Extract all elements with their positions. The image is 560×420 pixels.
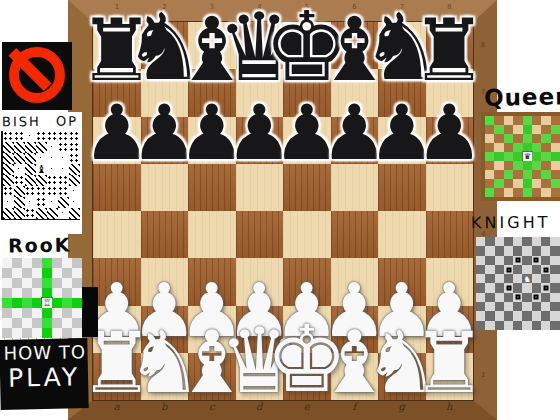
rook-diagram-cell xyxy=(2,328,12,338)
rook-diagram-cell xyxy=(42,318,52,328)
knight-diagram-cell xyxy=(522,321,531,330)
queen-diagram-cell xyxy=(532,143,541,152)
knight-diagram-cell xyxy=(550,237,559,246)
rook-diagram-cell xyxy=(2,268,12,278)
knight-diagram-cell xyxy=(541,265,550,274)
bishop-diagram-cell xyxy=(25,142,36,153)
queen-diagram-cell xyxy=(523,134,532,143)
bishop-diagram-cell xyxy=(58,142,69,153)
rook-diagram-cell xyxy=(52,288,62,298)
knight-diagram-cell xyxy=(476,302,485,311)
knight-diagram-cell xyxy=(550,246,559,255)
knight-diagram-cell xyxy=(541,293,550,302)
bishop-diagram-cell xyxy=(14,186,25,197)
queen-diagram-cell xyxy=(532,179,541,188)
knight-diagram-cell xyxy=(495,311,504,320)
knight-diagram-cell xyxy=(513,274,522,283)
queen-diagram-cell xyxy=(523,143,532,152)
rook-diagram-cell xyxy=(32,328,42,338)
knight-diagram-cell xyxy=(541,302,550,311)
rook-diagram-cell xyxy=(42,278,52,288)
queen-diagram-cell xyxy=(532,116,541,125)
knight-diagram-cell xyxy=(485,237,494,246)
black-patch xyxy=(82,287,98,337)
knight-diagram-cell xyxy=(522,246,531,255)
piece-white-rook-h1[interactable]: ♜ xyxy=(412,321,487,405)
queen-diagram-cell xyxy=(504,125,513,134)
bishop-diagram-cell xyxy=(47,142,58,153)
knight-diagram-cell xyxy=(504,256,513,265)
queen-diagram-cell xyxy=(541,161,550,170)
knight-diagram-cell xyxy=(485,265,494,274)
rook-diagram-cell xyxy=(72,258,82,268)
knight-diagram-cell xyxy=(504,321,513,330)
knight-diagram-cell xyxy=(476,256,485,265)
bishop-diagram-cell xyxy=(69,175,80,186)
queen-diagram-cell xyxy=(551,116,560,125)
knight-move-marker xyxy=(534,258,539,263)
knight-diagram-cell xyxy=(513,237,522,246)
rook-diagram-cell xyxy=(52,298,62,308)
rook-diagram-cell xyxy=(42,328,52,338)
knight-diagram-cell xyxy=(504,265,513,274)
knight-move-marker xyxy=(543,286,548,291)
knight-move-marker xyxy=(534,295,539,300)
knight-diagram-cell xyxy=(541,237,550,246)
rook-diagram-cell xyxy=(12,278,22,288)
queen-diagram-cell xyxy=(494,116,503,125)
bishop-diagram-cell xyxy=(58,175,69,186)
queen-panel-title: Queen xyxy=(484,83,560,111)
knight-diagram-cell xyxy=(513,302,522,311)
knight-diagram-cell xyxy=(476,293,485,302)
knight-diagram-cell xyxy=(522,302,531,311)
knight-diagram-cell xyxy=(550,274,559,283)
rook-diagram-cell xyxy=(52,328,62,338)
knight-diagram-cell xyxy=(495,321,504,330)
knight-diagram-cell xyxy=(541,321,550,330)
knight-diagram-cell xyxy=(495,246,504,255)
bishop-diagram-cell xyxy=(58,164,69,175)
knight-diagram-cell xyxy=(522,237,531,246)
rook-diagram-cell xyxy=(12,258,22,268)
rook-diagram-cell xyxy=(62,268,72,278)
rook-diagram-cell xyxy=(32,308,42,318)
bishop-diagram-cell xyxy=(3,142,14,153)
bishop-diagram-cell xyxy=(25,153,36,164)
knight-diagram-cell xyxy=(550,311,559,320)
queen-diagram-cell xyxy=(494,125,503,134)
queen-diagram-cell xyxy=(551,179,560,188)
queen-diagram-cell xyxy=(523,170,532,179)
rook-diagram-cell xyxy=(22,288,32,298)
knight-moves-diagram: ♞ xyxy=(476,237,560,330)
queen-diagram-cell xyxy=(494,134,503,143)
rook-diagram-cell xyxy=(72,308,82,318)
no-entry-sign[interactable] xyxy=(2,42,72,110)
queen-diagram-cell xyxy=(513,143,522,152)
square-g4[interactable] xyxy=(378,211,426,258)
queen-diagram-cell xyxy=(513,125,522,134)
queen-diagram-cell xyxy=(541,170,550,179)
square-e4[interactable] xyxy=(283,211,331,258)
rook-diagram-cell xyxy=(62,308,72,318)
rook-diagram-cell xyxy=(12,288,22,298)
queen-diagram-cell xyxy=(532,188,541,197)
bishop-diagram-cell xyxy=(25,197,36,208)
queen-diagram-cell xyxy=(523,116,532,125)
knight-diagram-cell xyxy=(513,283,522,292)
queen-diagram-cell xyxy=(532,134,541,143)
bishop-diagram-cell xyxy=(69,164,80,175)
square-d4[interactable] xyxy=(236,211,284,258)
square-a4[interactable] xyxy=(93,211,141,258)
queen-diagram-cell xyxy=(494,152,503,161)
knight-diagram-cell xyxy=(504,293,513,302)
knight-diagram-cell xyxy=(541,274,550,283)
queen-diagram-cell xyxy=(532,125,541,134)
knight-diagram-cell xyxy=(495,293,504,302)
knight-diagram-cell xyxy=(485,293,494,302)
knight-diagram-cell xyxy=(476,265,485,274)
queen-diagram-cell xyxy=(485,170,494,179)
bishop-diagram-cell xyxy=(69,197,80,208)
queen-diagram-cell xyxy=(494,188,503,197)
rook-diagram-cell xyxy=(32,288,42,298)
knight-diagram-cell xyxy=(532,246,541,255)
queen-moves-diagram: ♛ xyxy=(481,112,560,201)
knight-diagram-cell xyxy=(495,274,504,283)
bishop-diagram-cell xyxy=(14,197,25,208)
knight-diagram-cell xyxy=(513,246,522,255)
knight-diagram-cell xyxy=(485,274,494,283)
rook-diagram-cell xyxy=(72,288,82,298)
rook-diagram-cell xyxy=(52,278,62,288)
bishop-diagram-cell xyxy=(14,131,25,142)
queen-diagram-cell xyxy=(551,125,560,134)
knight-diagram-cell xyxy=(541,311,550,320)
queen-diagram-cell xyxy=(485,143,494,152)
queen-diagram-cell xyxy=(485,188,494,197)
bishop-panel-title: BISH OP xyxy=(0,112,82,132)
bishop-diagram-cell xyxy=(47,197,58,208)
knight-diagram-cell xyxy=(550,293,559,302)
knight-diagram-cell xyxy=(522,265,531,274)
knight-move-marker xyxy=(543,267,548,272)
bishop-diagram-cell xyxy=(47,153,58,164)
rook-diagram-cell xyxy=(62,318,72,328)
queen-diagram-cell xyxy=(541,179,550,188)
bishop-diagram-cell xyxy=(36,175,47,186)
queen-diagram-cell xyxy=(513,179,522,188)
bishop-moves-panel: BISH OP ♝ xyxy=(0,112,82,234)
queen-diagram-cell xyxy=(513,116,522,125)
how-to-play-button[interactable]: HOW TO PLAY xyxy=(0,338,89,410)
rook-diagram-cell xyxy=(2,258,12,268)
queen-diagram-cell xyxy=(504,143,513,152)
knight-diagram-cell xyxy=(550,302,559,311)
knight-diagram-cell xyxy=(485,256,494,265)
queen-diagram-piece-icon: ♛ xyxy=(523,152,532,161)
queen-diagram-cell xyxy=(551,152,560,161)
how-to-play-line1: HOW TO xyxy=(3,341,87,364)
queen-diagram-cell xyxy=(523,125,532,134)
knight-diagram-cell xyxy=(513,293,522,302)
bishop-diagram-cell xyxy=(69,186,80,197)
bishop-diagram-cell xyxy=(3,175,14,186)
bishop-diagram-cell xyxy=(3,131,14,142)
bishop-diagram-cell xyxy=(36,197,47,208)
bishop-diagram-cell xyxy=(25,131,36,142)
rook-diagram-cell xyxy=(12,268,22,278)
queen-diagram-cell xyxy=(532,170,541,179)
knight-diagram-cell xyxy=(550,265,559,274)
bishop-diagram-cell xyxy=(58,153,69,164)
rook-diagram-cell xyxy=(72,298,82,308)
queen-diagram-cell xyxy=(494,143,503,152)
bishop-diagram-cell xyxy=(3,153,14,164)
rook-diagram-cell xyxy=(72,328,82,338)
bishop-diagram-cell xyxy=(58,208,69,219)
knight-diagram-cell xyxy=(532,311,541,320)
rook-moves-diagram: ♖ xyxy=(2,258,82,338)
knight-diagram-cell xyxy=(522,283,531,292)
bishop-diagram-cell xyxy=(25,164,36,175)
rook-panel-title: RooK xyxy=(8,233,72,256)
square-c4[interactable] xyxy=(188,211,236,258)
knight-diagram-cell xyxy=(476,246,485,255)
queen-diagram-cell xyxy=(541,188,550,197)
knight-diagram-cell xyxy=(513,321,522,330)
how-to-play-line2: PLAY xyxy=(8,362,89,393)
knight-move-marker xyxy=(515,258,520,263)
rook-diagram-cell xyxy=(52,268,62,278)
knight-diagram-cell xyxy=(532,256,541,265)
knight-diagram-cell xyxy=(476,237,485,246)
rook-diagram-cell xyxy=(52,318,62,328)
bishop-diagram-cell xyxy=(47,208,58,219)
bishop-diagram-cell xyxy=(69,153,80,164)
square-b4[interactable] xyxy=(141,211,189,258)
knight-diagram-cell xyxy=(504,237,513,246)
bishop-diagram-cell xyxy=(25,175,36,186)
knight-diagram-cell xyxy=(495,302,504,311)
bishop-moves-diagram: ♝ xyxy=(1,131,80,220)
piece-black-rook-h8[interactable]: ♜ xyxy=(411,7,488,93)
queen-diagram-cell xyxy=(551,188,560,197)
rook-diagram-cell xyxy=(22,318,32,328)
knight-diagram-cell xyxy=(495,256,504,265)
bishop-diagram-cell xyxy=(14,175,25,186)
queen-diagram-cell xyxy=(504,152,513,161)
rook-diagram-cell xyxy=(62,328,72,338)
rook-diagram-cell xyxy=(22,328,32,338)
bishop-diagram-cell xyxy=(25,186,36,197)
knight-diagram-cell xyxy=(476,274,485,283)
rook-diagram-cell xyxy=(2,288,12,298)
rook-diagram-cell xyxy=(62,288,72,298)
bishop-diagram-cell xyxy=(58,186,69,197)
rook-diagram-cell xyxy=(42,308,52,318)
bishop-diagram-cell xyxy=(69,208,80,219)
rook-diagram-cell xyxy=(72,278,82,288)
queen-diagram-cell xyxy=(541,116,550,125)
queen-diagram-cell xyxy=(523,188,532,197)
knight-diagram-cell xyxy=(485,246,494,255)
rook-diagram-cell xyxy=(62,278,72,288)
square-h4[interactable] xyxy=(426,211,474,258)
bishop-diagram-cell xyxy=(25,208,36,219)
rook-diagram-cell xyxy=(42,288,52,298)
queen-diagram-cell xyxy=(494,161,503,170)
knight-move-marker xyxy=(506,286,511,291)
knight-diagram-cell xyxy=(532,283,541,292)
queen-diagram-cell xyxy=(541,125,550,134)
knight-diagram-cell xyxy=(504,246,513,255)
knight-diagram-cell xyxy=(532,293,541,302)
queen-diagram-cell xyxy=(485,179,494,188)
queen-diagram-cell xyxy=(541,143,550,152)
rook-diagram-cell xyxy=(2,318,12,328)
bishop-diagram-cell xyxy=(3,186,14,197)
bishop-diagram-cell xyxy=(58,197,69,208)
queen-diagram-cell xyxy=(532,161,541,170)
rook-diagram-cell xyxy=(32,278,42,288)
knight-diagram-cell xyxy=(504,302,513,311)
queen-diagram-cell xyxy=(513,134,522,143)
queen-diagram-cell xyxy=(551,143,560,152)
knight-diagram-cell xyxy=(504,274,513,283)
knight-diagram-cell xyxy=(550,321,559,330)
bishop-diagram-cell xyxy=(3,208,14,219)
rook-diagram-cell xyxy=(52,308,62,318)
square-f4[interactable] xyxy=(331,211,379,258)
rook-diagram-piece-icon: ♖ xyxy=(42,298,52,308)
bishop-diagram-cell xyxy=(36,131,47,142)
knight-diagram-cell xyxy=(504,311,513,320)
knight-diagram-cell xyxy=(532,237,541,246)
knight-diagram-cell xyxy=(504,283,513,292)
knight-diagram-cell xyxy=(476,321,485,330)
knight-diagram-cell xyxy=(513,311,522,320)
knight-diagram-cell xyxy=(522,256,531,265)
bishop-diagram-cell xyxy=(69,131,80,142)
queen-diagram-cell xyxy=(513,161,522,170)
knight-diagram-cell xyxy=(485,302,494,311)
queen-diagram-cell xyxy=(485,152,494,161)
rook-diagram-cell xyxy=(2,278,12,288)
knight-diagram-cell xyxy=(550,256,559,265)
rook-diagram-cell xyxy=(22,268,32,278)
queen-diagram-cell xyxy=(485,134,494,143)
knight-move-marker xyxy=(506,267,511,272)
queen-diagram-cell xyxy=(485,125,494,134)
bishop-diagram-cell xyxy=(47,175,58,186)
knight-diagram-cell xyxy=(522,293,531,302)
knight-diagram-cell xyxy=(541,256,550,265)
rook-diagram-cell xyxy=(2,298,12,308)
queen-diagram-cell xyxy=(504,188,513,197)
bishop-diagram-cell xyxy=(47,131,58,142)
bishop-diagram-cell xyxy=(47,164,58,175)
knight-diagram-cell xyxy=(485,311,494,320)
knight-diagram-cell xyxy=(513,256,522,265)
queen-diagram-cell xyxy=(485,116,494,125)
bishop-diagram-cell xyxy=(14,142,25,153)
knight-diagram-cell xyxy=(532,321,541,330)
bishop-diagram-cell xyxy=(36,142,47,153)
rook-diagram-cell xyxy=(42,268,52,278)
rook-diagram-cell xyxy=(72,318,82,328)
rook-diagram-cell xyxy=(52,258,62,268)
rook-diagram-cell xyxy=(12,298,22,308)
knight-diagram-cell xyxy=(495,283,504,292)
rook-diagram-cell xyxy=(32,268,42,278)
queen-diagram-cell xyxy=(523,179,532,188)
rook-diagram-cell xyxy=(22,308,32,318)
bishop-diagram-cell xyxy=(14,208,25,219)
rook-diagram-cell xyxy=(62,298,72,308)
rook-diagram-cell xyxy=(12,308,22,318)
chess-game-screen: abcdefgh1234567887654321 ♜♞♝♛♚♝♞♜♟♟♟♟♟♟♟… xyxy=(0,0,560,420)
rook-diagram-cell xyxy=(72,268,82,278)
queen-diagram-cell xyxy=(504,170,513,179)
rook-diagram-cell xyxy=(22,278,32,288)
bishop-diagram-cell xyxy=(58,131,69,142)
rook-diagram-cell xyxy=(12,328,22,338)
knight-diagram-cell xyxy=(532,274,541,283)
rook-diagram-cell xyxy=(2,308,12,318)
knight-diagram-cell xyxy=(532,265,541,274)
rook-diagram-cell xyxy=(22,298,32,308)
knight-diagram-cell xyxy=(541,283,550,292)
rook-diagram-cell xyxy=(32,298,42,308)
knight-diagram-cell xyxy=(532,302,541,311)
rook-diagram-cell xyxy=(12,318,22,328)
knight-diagram-cell xyxy=(485,283,494,292)
bishop-diagram-cell xyxy=(3,164,14,175)
knight-diagram-cell xyxy=(522,311,531,320)
rook-diagram-cell xyxy=(32,258,42,268)
knight-panel-title: KNIGHT xyxy=(471,213,551,233)
rook-diagram-cell xyxy=(22,258,32,268)
queen-diagram-cell xyxy=(504,134,513,143)
rook-diagram-cell xyxy=(42,258,52,268)
knight-diagram-cell xyxy=(495,265,504,274)
piece-black-pawn-h7[interactable]: ♟ xyxy=(415,95,483,171)
queen-diagram-cell xyxy=(551,170,560,179)
queen-diagram-cell xyxy=(523,161,532,170)
queen-diagram-cell xyxy=(541,134,550,143)
rook-diagram-cell xyxy=(62,258,72,268)
bishop-diagram-cell xyxy=(47,186,58,197)
bishop-diagram-cell xyxy=(69,142,80,153)
queen-diagram-cell xyxy=(551,161,560,170)
knight-diagram-cell xyxy=(495,237,504,246)
queen-diagram-cell xyxy=(513,152,522,161)
knight-diagram-cell xyxy=(541,246,550,255)
bishop-diagram-cell xyxy=(36,186,47,197)
knight-diagram-cell xyxy=(485,321,494,330)
knight-diagram-cell xyxy=(476,311,485,320)
queen-diagram-cell xyxy=(504,179,513,188)
bishop-diagram-cell: ♝ xyxy=(36,164,47,175)
queen-diagram-cell xyxy=(504,161,513,170)
queen-diagram-cell xyxy=(513,170,522,179)
queen-diagram-cell xyxy=(513,188,522,197)
queen-diagram-cell xyxy=(551,134,560,143)
queen-diagram-cell xyxy=(541,152,550,161)
